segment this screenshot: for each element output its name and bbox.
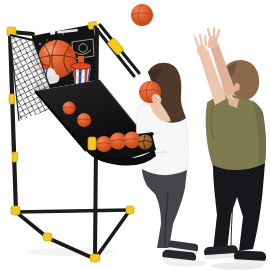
yellow-sleeve-upper [9, 94, 15, 104]
boy-shoe-left [204, 245, 239, 260]
boy-pants [213, 163, 265, 251]
product-photo [0, 0, 270, 270]
yellow-tee-tray [88, 137, 96, 150]
yellow-elbow-left-foot [11, 206, 20, 215]
brown-basketball [138, 135, 153, 150]
girl-player [136, 63, 198, 266]
yellow-foot-cap [90, 254, 100, 262]
arcade-basketball-scene [0, 0, 270, 270]
flying-basketball [131, 4, 153, 26]
yellow-tee-front [43, 233, 52, 241]
yellow-sleeve-lower [12, 152, 18, 162]
boy-shoe-right [234, 250, 267, 265]
yellow-elbow-back-right [126, 206, 134, 214]
boy-player [195, 28, 266, 265]
